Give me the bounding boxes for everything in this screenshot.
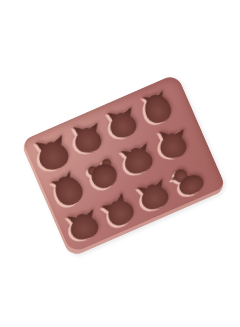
mold-cavity-cat-head — [102, 103, 142, 143]
mold-cavity-chick — [166, 158, 211, 203]
silicone-mold — [20, 73, 227, 258]
mold-cavity-owl — [136, 87, 177, 128]
mold-cavity-cat-head — [155, 126, 191, 162]
cavity-grid — [20, 73, 227, 258]
mold-cavity-cat-face — [63, 205, 105, 247]
product-photo — [0, 0, 240, 327]
mold-cavity-cat-head — [68, 119, 106, 157]
mold-cavity-cat-head — [96, 188, 142, 234]
mold-cavity-cat-face — [116, 138, 159, 181]
